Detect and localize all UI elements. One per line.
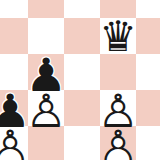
white-pawn[interactable]: ♟♙ xyxy=(0,126,28,160)
board-square[interactable] xyxy=(28,0,64,18)
board-square[interactable] xyxy=(136,18,160,54)
board-square[interactable] xyxy=(136,126,160,160)
board-square[interactable] xyxy=(64,54,100,90)
board-square[interactable] xyxy=(64,126,100,160)
board-square[interactable] xyxy=(136,90,160,126)
black-queen-glyph: ♛ xyxy=(100,19,136,55)
board-square[interactable] xyxy=(0,0,28,18)
board-square[interactable] xyxy=(64,90,100,126)
white-pawn[interactable]: ♟♙ xyxy=(100,126,136,160)
white-pawn[interactable]: ♟♙ xyxy=(28,90,64,126)
board-square[interactable] xyxy=(64,0,100,18)
white-pawn-glyph: ♙ xyxy=(0,129,28,160)
white-pawn-glyph: ♙ xyxy=(100,129,136,160)
board-square[interactable] xyxy=(136,0,160,18)
chess-board: ♛♟♟♟♙♟♙♟♙♟♙ xyxy=(0,0,160,160)
board-square[interactable] xyxy=(64,18,100,54)
chessboard-viewport: ♛♟♟♟♙♟♙♟♙♟♙ xyxy=(0,0,160,160)
board-square[interactable] xyxy=(136,54,160,90)
white-pawn-glyph: ♙ xyxy=(28,93,64,129)
board-square[interactable] xyxy=(0,18,28,54)
black-queen[interactable]: ♛ xyxy=(100,18,136,54)
